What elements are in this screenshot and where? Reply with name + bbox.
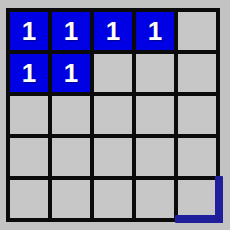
cell-r2c5[interactable] [178, 54, 216, 92]
cell-r2c4[interactable] [136, 54, 174, 92]
cell-r3c1[interactable] [10, 96, 48, 134]
cell-r3c5[interactable] [178, 96, 216, 134]
cell-r1c1[interactable]: 1 [10, 12, 48, 50]
puzzle-stage: 1 1 1 1 1 1 [0, 0, 230, 230]
cell-r4c2[interactable] [52, 138, 90, 176]
cell-r5c5[interactable] [178, 180, 216, 218]
cursor-bottom-edge-marker [175, 215, 223, 223]
cell-r1c4[interactable]: 1 [136, 12, 174, 50]
cell-r1c2[interactable]: 1 [52, 12, 90, 50]
cell-r5c2[interactable] [52, 180, 90, 218]
cell-r2c1[interactable]: 1 [10, 54, 48, 92]
cell-r3c4[interactable] [136, 96, 174, 134]
cell-r2c2[interactable]: 1 [52, 54, 90, 92]
cell-r3c2[interactable] [52, 96, 90, 134]
cell-r4c4[interactable] [136, 138, 174, 176]
cell-r1c5[interactable] [178, 12, 216, 50]
puzzle-grid: 1 1 1 1 1 1 [6, 8, 220, 222]
cell-r5c4[interactable] [136, 180, 174, 218]
cell-r4c5[interactable] [178, 138, 216, 176]
cell-r5c1[interactable] [10, 180, 48, 218]
cell-r4c3[interactable] [94, 138, 132, 176]
cell-r2c3[interactable] [94, 54, 132, 92]
cell-r5c3[interactable] [94, 180, 132, 218]
cell-r1c3[interactable]: 1 [94, 12, 132, 50]
cell-r4c1[interactable] [10, 138, 48, 176]
cell-r3c3[interactable] [94, 96, 132, 134]
